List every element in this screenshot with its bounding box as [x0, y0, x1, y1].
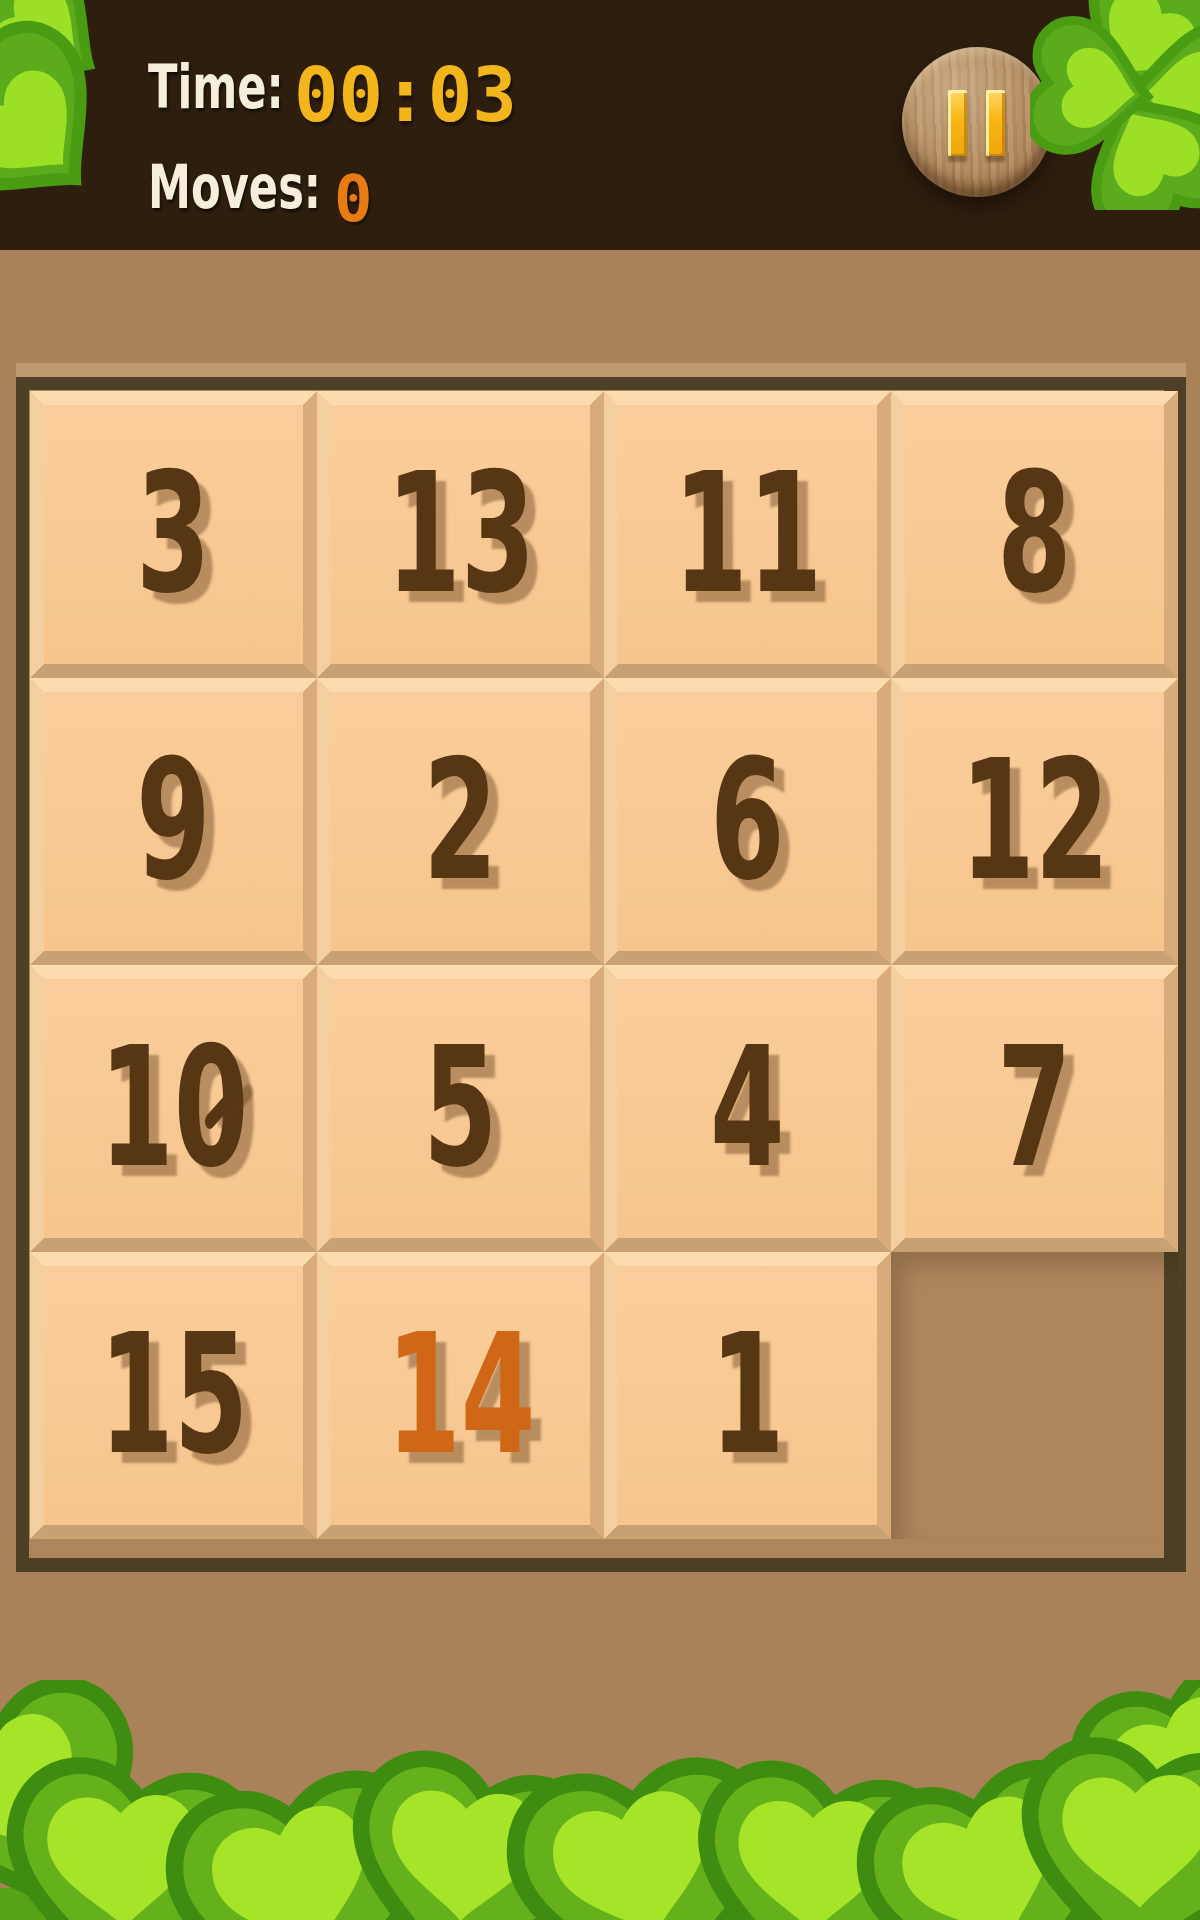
tile-2[interactable]: 2 — [317, 678, 604, 965]
tile-number: 11 — [673, 452, 822, 617]
tile-number: 9 — [136, 739, 211, 904]
time-value: 00:03 — [294, 52, 517, 138]
tile-9[interactable]: 9 — [30, 678, 317, 965]
tile-13[interactable]: 13 — [317, 391, 604, 678]
tile-number: 15 — [99, 1313, 248, 1478]
tile-3[interactable]: 3 — [30, 391, 317, 678]
game-screen: Time: 00:03 Moves: 0 — [0, 0, 1200, 1920]
pause-icon — [948, 90, 967, 156]
tile-1[interactable]: 1 — [604, 1252, 891, 1539]
tile-number: 3 — [136, 452, 211, 617]
tile-number: 14 — [386, 1313, 535, 1478]
pause-icon — [986, 90, 1005, 156]
tile-4[interactable]: 4 — [604, 965, 891, 1252]
puzzle-board-frame: 313118926121054715141 — [16, 363, 1186, 1572]
pause-button[interactable] — [902, 47, 1052, 197]
tile-10[interactable]: 10 — [30, 965, 317, 1252]
tile-number: 10 — [99, 1026, 248, 1191]
empty-cell — [891, 1252, 1178, 1539]
tile-number: 5 — [423, 1026, 498, 1191]
tile-14[interactable]: 14 — [317, 1252, 604, 1539]
tile-7[interactable]: 7 — [891, 965, 1178, 1252]
tile-8[interactable]: 8 — [891, 391, 1178, 678]
slashed-zero-mark — [202, 1082, 241, 1132]
tile-number: 4 — [710, 1026, 785, 1191]
puzzle-board-floor: 313118926121054715141 — [29, 390, 1164, 1558]
tile-number: 12 — [960, 739, 1109, 904]
tile-5[interactable]: 5 — [317, 965, 604, 1252]
time-label: Time: — [148, 52, 284, 122]
tile-number: 7 — [997, 1026, 1072, 1191]
tile-15[interactable]: 15 — [30, 1252, 317, 1539]
tile-number: 8 — [997, 452, 1072, 617]
moves-value: 0 — [334, 162, 373, 236]
tile-number: 1 — [710, 1313, 785, 1478]
tile-grid: 313118926121054715141 — [30, 391, 1178, 1539]
tile-number: 2 — [423, 739, 498, 904]
tile-6[interactable]: 6 — [604, 678, 891, 965]
hearts-decoration-bottom — [0, 1680, 1200, 1920]
tile-number: 13 — [386, 452, 535, 617]
tile-12[interactable]: 12 — [891, 678, 1178, 965]
tile-11[interactable]: 11 — [604, 391, 891, 678]
moves-label: Moves: — [148, 152, 321, 222]
hud-bar: Time: 00:03 Moves: 0 — [0, 0, 1200, 250]
tile-number: 6 — [710, 739, 785, 904]
